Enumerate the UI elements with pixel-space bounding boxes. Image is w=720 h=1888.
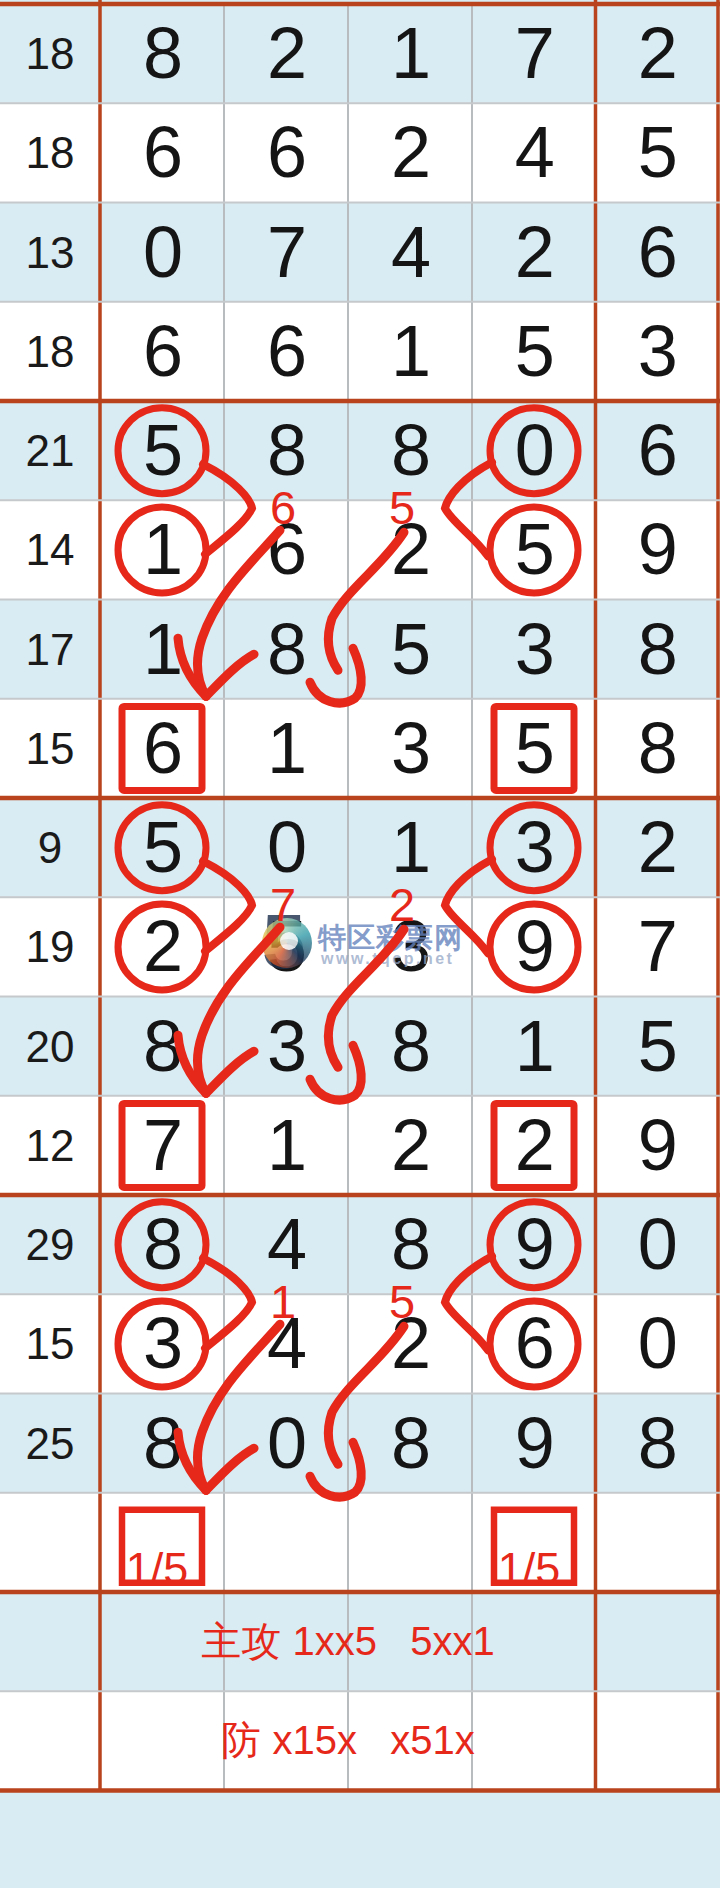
svg-text:6: 6 (270, 481, 296, 534)
hand-drawn-marks-layer: 6572151/51/5 (0, 0, 720, 1888)
svg-text:1/5: 1/5 (126, 1543, 189, 1594)
svg-text:7: 7 (270, 878, 296, 931)
svg-text:5: 5 (389, 1275, 415, 1328)
svg-text:2: 2 (389, 878, 415, 931)
prediction-chart-board: 1882172186624513074261866153215880614162… (0, 0, 720, 1888)
svg-text:5: 5 (389, 481, 415, 534)
svg-text:1/5: 1/5 (498, 1543, 561, 1594)
svg-text:1: 1 (270, 1275, 296, 1328)
